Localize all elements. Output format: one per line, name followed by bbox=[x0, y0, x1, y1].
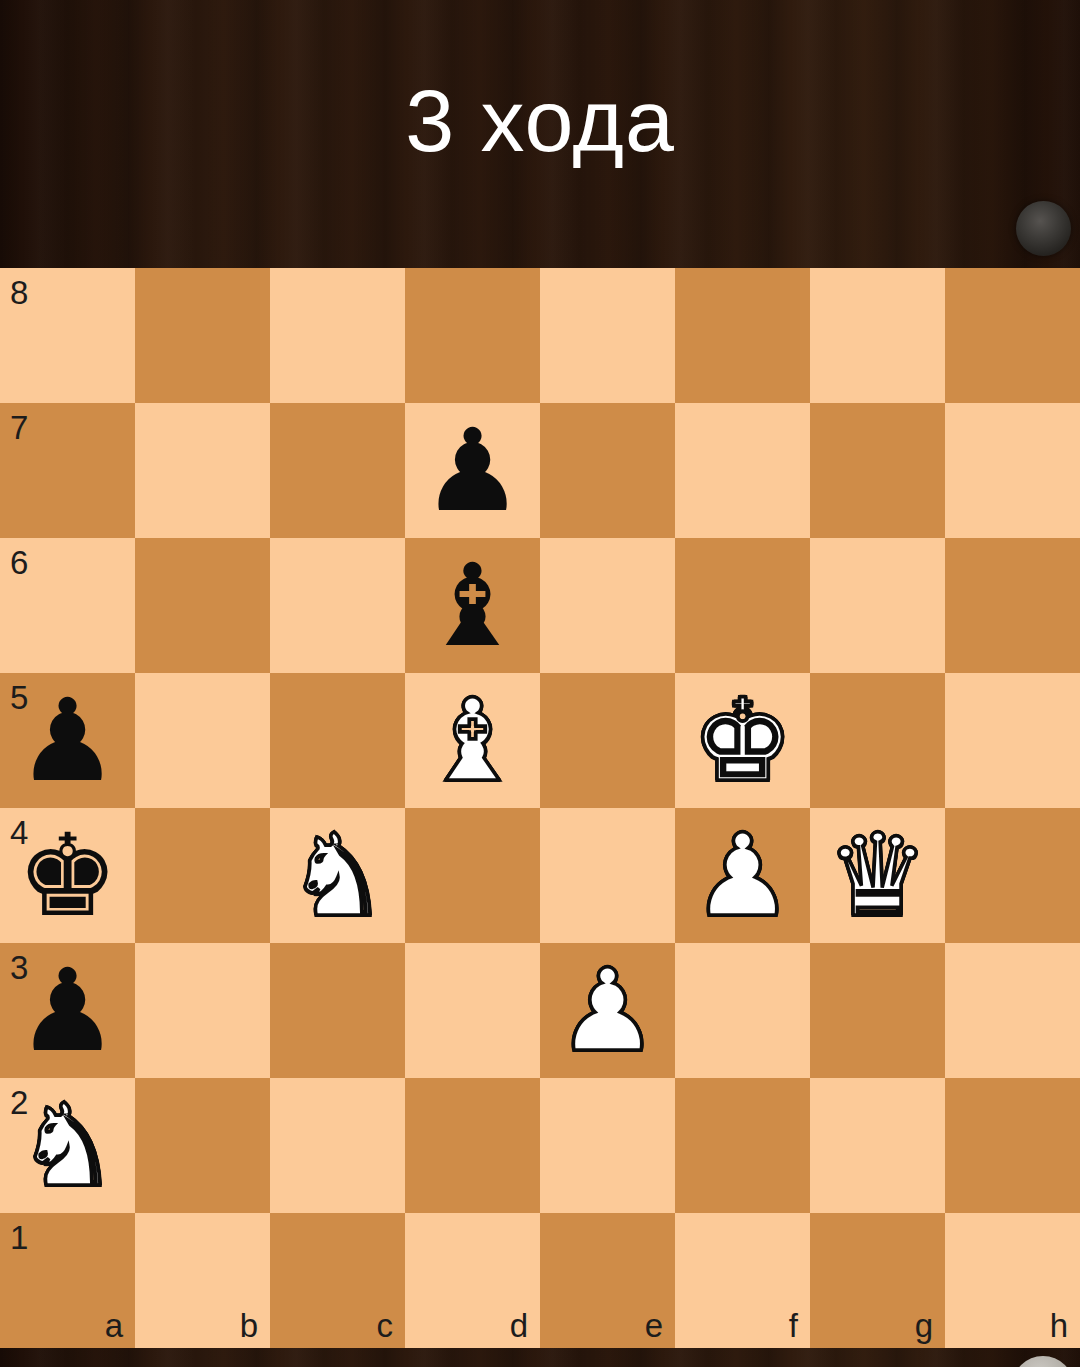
square-g7[interactable] bbox=[810, 403, 945, 538]
square-c8[interactable] bbox=[270, 268, 405, 403]
square-h5[interactable] bbox=[945, 673, 1080, 808]
square-a5[interactable]: 5♟ bbox=[0, 673, 135, 808]
piece-white-knight[interactable]: ♞ bbox=[0, 1078, 135, 1213]
square-d3[interactable] bbox=[405, 943, 540, 1078]
square-c7[interactable] bbox=[270, 403, 405, 538]
square-g1[interactable]: g bbox=[810, 1213, 945, 1348]
piece-white-bishop[interactable]: ♝ bbox=[405, 673, 540, 808]
piece-black-pawn[interactable]: ♟ bbox=[405, 403, 540, 538]
square-d7[interactable]: ♟ bbox=[405, 403, 540, 538]
puzzle-header: 3 хода bbox=[0, 0, 1080, 268]
file-label-g: g bbox=[915, 1309, 933, 1342]
square-a8[interactable]: 8 bbox=[0, 268, 135, 403]
square-a6[interactable]: 6 bbox=[0, 538, 135, 673]
square-b8[interactable] bbox=[135, 268, 270, 403]
square-c2[interactable] bbox=[270, 1078, 405, 1213]
square-e3[interactable]: ♟ bbox=[540, 943, 675, 1078]
file-label-h: h bbox=[1050, 1309, 1068, 1342]
square-e7[interactable] bbox=[540, 403, 675, 538]
square-h4[interactable] bbox=[945, 808, 1080, 943]
square-g4[interactable]: ♛ bbox=[810, 808, 945, 943]
square-g3[interactable] bbox=[810, 943, 945, 1078]
file-label-c: c bbox=[377, 1309, 394, 1342]
piece-black-bishop[interactable]: ♝ bbox=[405, 538, 540, 673]
square-f4[interactable]: ♟ bbox=[675, 808, 810, 943]
file-label-e: e bbox=[645, 1309, 663, 1342]
file-label-b: b bbox=[240, 1309, 258, 1342]
square-a3[interactable]: 3♟ bbox=[0, 943, 135, 1078]
footer-strip bbox=[0, 1348, 1080, 1367]
square-b5[interactable] bbox=[135, 673, 270, 808]
piece-white-king[interactable]: ♚ bbox=[675, 673, 810, 808]
piece-black-pawn[interactable]: ♟ bbox=[0, 673, 135, 808]
square-d6[interactable]: ♝ bbox=[405, 538, 540, 673]
square-e1[interactable]: e bbox=[540, 1213, 675, 1348]
square-f6[interactable] bbox=[675, 538, 810, 673]
square-f5[interactable]: ♚ bbox=[675, 673, 810, 808]
square-b4[interactable] bbox=[135, 808, 270, 943]
puzzle-title: 3 хода bbox=[405, 77, 675, 191]
square-h3[interactable] bbox=[945, 943, 1080, 1078]
square-f1[interactable]: f bbox=[675, 1213, 810, 1348]
square-g5[interactable] bbox=[810, 673, 945, 808]
square-e5[interactable] bbox=[540, 673, 675, 808]
square-c6[interactable] bbox=[270, 538, 405, 673]
square-a2[interactable]: 2♞ bbox=[0, 1078, 135, 1213]
square-a7[interactable]: 7 bbox=[0, 403, 135, 538]
square-b1[interactable]: b bbox=[135, 1213, 270, 1348]
square-h1[interactable]: h bbox=[945, 1213, 1080, 1348]
square-g8[interactable] bbox=[810, 268, 945, 403]
rank-label-7: 7 bbox=[10, 411, 28, 444]
square-d1[interactable]: d bbox=[405, 1213, 540, 1348]
square-g2[interactable] bbox=[810, 1078, 945, 1213]
piece-white-pawn[interactable]: ♟ bbox=[675, 808, 810, 943]
square-b6[interactable] bbox=[135, 538, 270, 673]
square-b3[interactable] bbox=[135, 943, 270, 1078]
file-label-f: f bbox=[789, 1309, 798, 1342]
rank-label-8: 8 bbox=[10, 276, 28, 309]
square-h7[interactable] bbox=[945, 403, 1080, 538]
piece-white-queen[interactable]: ♛ bbox=[810, 808, 945, 943]
square-e8[interactable] bbox=[540, 268, 675, 403]
square-h2[interactable] bbox=[945, 1078, 1080, 1213]
rank-label-6: 6 bbox=[10, 546, 28, 579]
square-d2[interactable] bbox=[405, 1078, 540, 1213]
square-d4[interactable] bbox=[405, 808, 540, 943]
square-a1[interactable]: 1a bbox=[0, 1213, 135, 1348]
piece-white-pawn[interactable]: ♟ bbox=[540, 943, 675, 1078]
square-f8[interactable] bbox=[675, 268, 810, 403]
piece-white-knight[interactable]: ♞ bbox=[270, 808, 405, 943]
square-h6[interactable] bbox=[945, 538, 1080, 673]
square-c3[interactable] bbox=[270, 943, 405, 1078]
square-b2[interactable] bbox=[135, 1078, 270, 1213]
square-e4[interactable] bbox=[540, 808, 675, 943]
file-label-d: d bbox=[510, 1309, 528, 1342]
square-b7[interactable] bbox=[135, 403, 270, 538]
chess-board: 87♟6♝5♟♝♚4♚♞♟♛3♟♟2♞1abcdefgh bbox=[0, 268, 1080, 1348]
square-d5[interactable]: ♝ bbox=[405, 673, 540, 808]
square-c4[interactable]: ♞ bbox=[270, 808, 405, 943]
square-f2[interactable] bbox=[675, 1078, 810, 1213]
file-label-a: a bbox=[105, 1309, 123, 1342]
square-g6[interactable] bbox=[810, 538, 945, 673]
square-f7[interactable] bbox=[675, 403, 810, 538]
square-c1[interactable]: c bbox=[270, 1213, 405, 1348]
piece-black-pawn[interactable]: ♟ bbox=[0, 943, 135, 1078]
black-ball-icon bbox=[1016, 201, 1071, 256]
square-c5[interactable] bbox=[270, 673, 405, 808]
square-f3[interactable] bbox=[675, 943, 810, 1078]
square-e6[interactable] bbox=[540, 538, 675, 673]
square-e2[interactable] bbox=[540, 1078, 675, 1213]
chess-puzzle-app: 3 хода 87♟6♝5♟♝♚4♚♞♟♛3♟♟2♞1abcdefgh bbox=[0, 0, 1080, 1367]
square-a4[interactable]: 4♚ bbox=[0, 808, 135, 943]
rank-label-1: 1 bbox=[10, 1221, 28, 1254]
square-d8[interactable] bbox=[405, 268, 540, 403]
piece-black-king[interactable]: ♚ bbox=[0, 808, 135, 943]
square-h8[interactable] bbox=[945, 268, 1080, 403]
